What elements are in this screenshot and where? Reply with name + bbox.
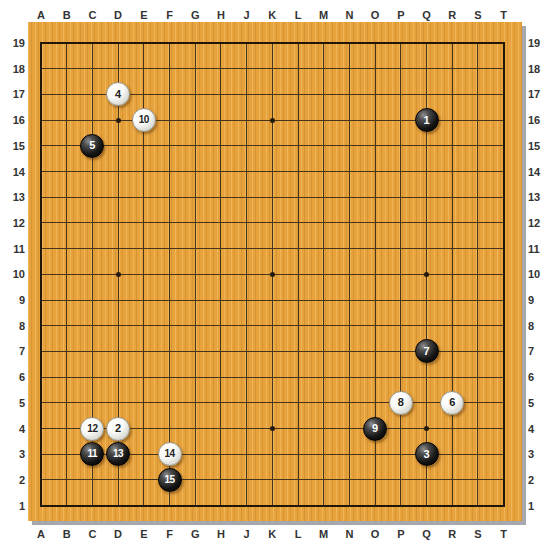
row-label-left: 14 <box>1 165 25 179</box>
move-number: 4 <box>115 89 121 100</box>
star-point <box>270 272 275 277</box>
star-point <box>116 272 121 277</box>
stone-black-f2: 15 <box>158 468 182 492</box>
row-label-left: 16 <box>1 113 25 127</box>
column-label-top: H <box>211 8 231 22</box>
column-label-bottom: S <box>468 527 488 541</box>
row-label-right: 15 <box>528 139 550 153</box>
row-label-left: 13 <box>1 190 25 204</box>
move-number: 9 <box>372 423 378 434</box>
row-label-left: 19 <box>1 36 25 50</box>
stone-black-q3: 3 <box>415 442 439 466</box>
row-label-right: 3 <box>528 447 550 461</box>
move-number: 14 <box>164 449 174 459</box>
row-label-left: 3 <box>1 447 25 461</box>
row-label-right: 2 <box>528 473 550 487</box>
column-label-bottom: L <box>288 527 308 541</box>
column-label-top: J <box>237 8 257 22</box>
star-point <box>424 272 429 277</box>
column-label-bottom: M <box>314 527 334 541</box>
column-label-bottom: F <box>160 527 180 541</box>
row-label-right: 9 <box>528 293 550 307</box>
move-number: 10 <box>139 115 149 125</box>
star-point <box>424 426 429 431</box>
row-label-left: 2 <box>1 473 25 487</box>
move-number: 1 <box>423 115 429 126</box>
stone-black-q16: 1 <box>415 108 439 132</box>
row-label-left: 9 <box>1 293 25 307</box>
row-label-right: 5 <box>528 396 550 410</box>
row-label-right: 14 <box>528 165 550 179</box>
row-label-right: 19 <box>528 36 550 50</box>
row-label-right: 4 <box>528 422 550 436</box>
stone-black-q7: 7 <box>415 339 439 363</box>
column-label-bottom: E <box>134 527 154 541</box>
row-label-right: 11 <box>528 242 550 256</box>
row-label-left: 12 <box>1 216 25 230</box>
row-label-right: 16 <box>528 113 550 127</box>
column-label-top: G <box>185 8 205 22</box>
star-point <box>270 118 275 123</box>
column-label-top: D <box>108 8 128 22</box>
column-label-bottom: T <box>494 527 514 541</box>
row-label-right: 7 <box>528 344 550 358</box>
row-label-left: 10 <box>1 267 25 281</box>
star-point <box>116 118 121 123</box>
move-number: 15 <box>164 475 174 485</box>
stone-white-e16: 10 <box>132 108 156 132</box>
row-label-right: 10 <box>528 267 550 281</box>
row-label-left: 6 <box>1 370 25 384</box>
column-label-top: A <box>31 8 51 22</box>
star-point <box>270 426 275 431</box>
column-label-bottom: P <box>391 527 411 541</box>
column-label-bottom: A <box>31 527 51 541</box>
column-label-bottom: N <box>339 527 359 541</box>
column-label-top: R <box>442 8 462 22</box>
stone-white-d4: 2 <box>106 417 130 441</box>
column-label-bottom: H <box>211 527 231 541</box>
column-label-top: P <box>391 8 411 22</box>
move-number: 3 <box>423 449 429 460</box>
stone-white-p5: 8 <box>389 391 413 415</box>
column-label-top: C <box>82 8 102 22</box>
row-label-right: 17 <box>528 87 550 101</box>
column-label-bottom: G <box>185 527 205 541</box>
row-label-left: 1 <box>1 499 25 513</box>
go-board: 123456789101112131415 <box>28 22 522 521</box>
row-label-left: 8 <box>1 319 25 333</box>
column-label-top: N <box>339 8 359 22</box>
column-label-top: F <box>160 8 180 22</box>
move-number: 13 <box>113 449 123 459</box>
move-number: 7 <box>423 346 429 357</box>
row-label-left: 4 <box>1 422 25 436</box>
row-label-left: 11 <box>1 242 25 256</box>
column-label-bottom: C <box>82 527 102 541</box>
column-label-bottom: O <box>365 527 385 541</box>
row-label-right: 1 <box>528 499 550 513</box>
column-label-top: T <box>494 8 514 22</box>
column-label-bottom: J <box>237 527 257 541</box>
column-label-top: M <box>314 8 334 22</box>
go-diagram: AABBCCDDEEFFGGHHJJKKLLMMNNOOPPQQRRSSTT19… <box>0 0 550 550</box>
move-number: 5 <box>89 140 95 151</box>
column-label-bottom: R <box>442 527 462 541</box>
row-label-right: 18 <box>528 62 550 76</box>
row-label-right: 8 <box>528 319 550 333</box>
row-label-right: 13 <box>528 190 550 204</box>
column-label-top: B <box>57 8 77 22</box>
move-number: 8 <box>398 397 404 408</box>
column-label-top: Q <box>417 8 437 22</box>
column-label-bottom: D <box>108 527 128 541</box>
row-label-left: 7 <box>1 344 25 358</box>
column-label-bottom: Q <box>417 527 437 541</box>
stone-black-o4: 9 <box>363 417 387 441</box>
stone-white-f3: 14 <box>158 442 182 466</box>
column-label-top: L <box>288 8 308 22</box>
row-label-left: 17 <box>1 87 25 101</box>
column-label-top: S <box>468 8 488 22</box>
column-label-bottom: B <box>57 527 77 541</box>
column-label-top: O <box>365 8 385 22</box>
row-label-left: 5 <box>1 396 25 410</box>
row-label-right: 12 <box>528 216 550 230</box>
row-label-left: 15 <box>1 139 25 153</box>
column-label-top: E <box>134 8 154 22</box>
move-number: 12 <box>87 424 97 434</box>
stone-white-c4: 12 <box>80 417 104 441</box>
move-number: 2 <box>115 423 121 434</box>
stone-white-r5: 6 <box>440 391 464 415</box>
row-label-right: 6 <box>528 370 550 384</box>
move-number: 11 <box>88 449 98 459</box>
row-label-left: 18 <box>1 62 25 76</box>
column-label-bottom: K <box>262 527 282 541</box>
column-label-top: K <box>262 8 282 22</box>
move-number: 6 <box>449 397 455 408</box>
